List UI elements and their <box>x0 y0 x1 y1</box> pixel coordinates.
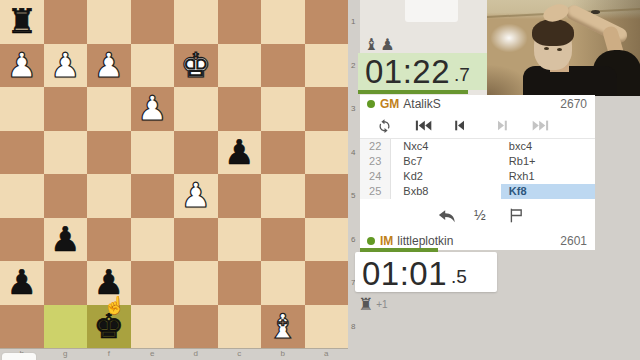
takeback-icon[interactable] <box>436 207 458 225</box>
square-f3[interactable] <box>87 87 131 131</box>
file-label-d: d <box>174 349 218 358</box>
bottom-left-panel-edge <box>2 353 36 360</box>
white-king: ♚ <box>181 44 211 88</box>
square-b7[interactable] <box>261 261 305 305</box>
square-d7[interactable] <box>174 261 218 305</box>
square-b2[interactable] <box>261 44 305 88</box>
black-rook: ♜ <box>7 0 37 44</box>
square-h7[interactable]: ♟ <box>0 261 44 305</box>
file-label-b: b <box>261 349 305 358</box>
captured-pieces-bottom: ♜ +1 <box>358 294 388 315</box>
square-e5[interactable] <box>131 174 175 218</box>
square-d4[interactable] <box>174 131 218 175</box>
clock-top-time: 01:22 <box>365 54 450 90</box>
square-b1[interactable] <box>261 0 305 44</box>
hand-cursor-icon: ☝ <box>104 295 125 316</box>
square-e3[interactable]: ♟ <box>131 87 175 131</box>
square-f4[interactable] <box>87 131 131 175</box>
square-e2[interactable] <box>131 44 175 88</box>
square-d6[interactable] <box>174 218 218 262</box>
square-h5[interactable] <box>0 174 44 218</box>
webcam-person-shirt <box>523 66 617 96</box>
player-rating: 2601 <box>560 234 587 248</box>
square-c4[interactable]: ♟ <box>218 131 262 175</box>
white-move[interactable]: Kd2 <box>391 169 501 184</box>
square-a8[interactable] <box>305 305 349 349</box>
square-g7[interactable] <box>44 261 88 305</box>
draw-offer-button[interactable]: ½ <box>474 207 486 223</box>
square-c1[interactable] <box>218 0 262 44</box>
white-pawn: ♟ <box>50 44 80 88</box>
move-row: 23Bc7Rb1+ <box>360 154 595 169</box>
webcam-person-eye <box>557 48 562 51</box>
square-h6[interactable] <box>0 218 44 262</box>
clock-bottom-progress-bar <box>360 248 438 252</box>
square-d1[interactable] <box>174 0 218 44</box>
player-name[interactable]: AtalikS <box>403 97 440 111</box>
square-a6[interactable] <box>305 218 349 262</box>
square-h2[interactable]: ♟ <box>0 44 44 88</box>
chess-board: ♜♟♟♟♚♟♟♟♟♟♟♚♝ <box>0 0 348 349</box>
board-area: ♜♟♟♟♚♟♟♟♟♟♟♚♝ 12345678 hgfedcba ☝ <box>0 0 360 360</box>
square-f1[interactable] <box>87 0 131 44</box>
square-g4[interactable] <box>44 131 88 175</box>
rank-label-5: 5 <box>351 174 360 218</box>
last-move-icon[interactable] <box>528 117 552 134</box>
move-number: 22 <box>360 139 391 154</box>
player-title: GM <box>380 97 399 111</box>
online-dot <box>367 237 375 245</box>
file-label-f: f <box>87 349 131 358</box>
square-a4[interactable] <box>305 131 349 175</box>
square-c3[interactable] <box>218 87 262 131</box>
black-pawn: ♟ <box>50 218 80 262</box>
captured-rook-icon: ♜ <box>358 294 373 315</box>
first-move-icon[interactable] <box>412 117 436 134</box>
move-number: 25 <box>360 184 391 199</box>
top-partial-panel <box>405 0 458 22</box>
resign-flag-icon[interactable] <box>508 207 525 224</box>
black-pawn: ♟ <box>7 261 37 305</box>
rank-label-1: 1 <box>351 0 360 44</box>
square-d3[interactable] <box>174 87 218 131</box>
file-label-g: g <box>44 349 88 358</box>
webcam-person-hair <box>532 19 574 46</box>
square-a1[interactable] <box>305 0 349 44</box>
move-row: 25Bxb8Kf8 <box>360 184 595 199</box>
white-move[interactable]: Nxc4 <box>391 139 501 154</box>
square-e6[interactable] <box>131 218 175 262</box>
square-f2[interactable]: ♟ <box>87 44 131 88</box>
move-list: 22Nxc4bxc423Bc7Rb1+24Kd2Rxh125Bxb8Kf8 <box>360 139 595 199</box>
square-e4[interactable] <box>131 131 175 175</box>
move-row: 24Kd2Rxh1 <box>360 169 595 184</box>
square-g6[interactable]: ♟ <box>44 218 88 262</box>
clock-bottom-time: 01:01 <box>362 256 447 292</box>
webcam-feed <box>487 0 640 96</box>
square-c2[interactable] <box>218 44 262 88</box>
white-pawn: ♟ <box>7 44 37 88</box>
square-h4[interactable] <box>0 131 44 175</box>
player-rating: 2670 <box>560 97 587 111</box>
rank-label-4: 4 <box>351 131 360 175</box>
square-a2[interactable] <box>305 44 349 88</box>
file-label-c: c <box>218 349 262 358</box>
square-e8[interactable] <box>131 305 175 349</box>
clock-top-progress-bar <box>358 90 468 94</box>
next-move-icon[interactable] <box>490 117 514 134</box>
square-b5[interactable] <box>261 174 305 218</box>
previous-move-icon[interactable] <box>448 117 472 134</box>
black-move[interactable]: bxc4 <box>501 139 595 154</box>
square-c8[interactable] <box>218 305 262 349</box>
game-panel: GM AtalikS 2670 22Nxc4bxc423Bc7Rb1+24Kd2… <box>360 95 595 250</box>
white-bishop: ♝ <box>268 305 298 349</box>
square-d5[interactable]: ♟ <box>174 174 218 218</box>
move-row: 22Nxc4bxc4 <box>360 139 595 154</box>
file-labels: hgfedcba <box>0 348 348 360</box>
square-h3[interactable] <box>0 87 44 131</box>
square-f6[interactable] <box>87 218 131 262</box>
square-g1[interactable] <box>44 0 88 44</box>
move-number: 23 <box>360 154 391 169</box>
webcam-person-eye <box>544 47 549 50</box>
square-c7[interactable] <box>218 261 262 305</box>
square-a5[interactable] <box>305 174 349 218</box>
player-title: IM <box>380 234 393 248</box>
player-name[interactable]: littleplotkin <box>397 234 453 248</box>
square-g3[interactable] <box>44 87 88 131</box>
clock-bottom: 01:01 .5 <box>355 252 497 292</box>
square-a7[interactable] <box>305 261 349 305</box>
chess-app: ♜♟♟♟♚♟♟♟♟♟♟♚♝ 12345678 hgfedcba ☝ ♝♟ 01:… <box>0 0 640 360</box>
online-dot <box>367 100 375 108</box>
white-pawn: ♟ <box>181 174 211 218</box>
white-pawn: ♟ <box>94 44 124 88</box>
white-move[interactable]: Bxb8 <box>391 184 501 199</box>
square-b4[interactable] <box>261 131 305 175</box>
square-d2[interactable]: ♚ <box>174 44 218 88</box>
square-f5[interactable] <box>87 174 131 218</box>
clock-top-tenths: .7 <box>454 60 470 90</box>
square-g8[interactable] <box>44 305 88 349</box>
move-nav-bar <box>360 113 595 139</box>
square-e7[interactable] <box>131 261 175 305</box>
square-e1[interactable] <box>131 0 175 44</box>
square-c5[interactable] <box>218 174 262 218</box>
file-label-a: a <box>305 349 349 358</box>
game-actions: ½ <box>360 203 595 233</box>
cycle-icon[interactable] <box>372 117 396 134</box>
square-b6[interactable] <box>261 218 305 262</box>
black-move[interactable]: Kf8 <box>501 184 595 199</box>
square-h8[interactable] <box>0 305 44 349</box>
black-move[interactable]: Rxh1 <box>501 169 595 184</box>
square-b3[interactable] <box>261 87 305 131</box>
material-advantage: +1 <box>376 299 387 310</box>
player-row-top: GM AtalikS 2670 <box>360 95 595 113</box>
black-move[interactable]: Rb1+ <box>501 154 595 169</box>
white-move[interactable]: Bc7 <box>391 154 501 169</box>
black-pawn: ♟ <box>224 131 254 175</box>
square-d8[interactable] <box>174 305 218 349</box>
square-b8[interactable]: ♝ <box>261 305 305 349</box>
square-a3[interactable] <box>305 87 349 131</box>
file-label-e: e <box>131 349 175 358</box>
move-number: 24 <box>360 169 391 184</box>
white-pawn: ♟ <box>137 87 167 131</box>
square-c6[interactable] <box>218 218 262 262</box>
square-h1[interactable]: ♜ <box>0 0 44 44</box>
clock-top: 01:22 .7 <box>358 53 492 90</box>
square-g5[interactable] <box>44 174 88 218</box>
square-g2[interactable]: ♟ <box>44 44 88 88</box>
clock-bottom-tenths: .5 <box>451 262 467 292</box>
